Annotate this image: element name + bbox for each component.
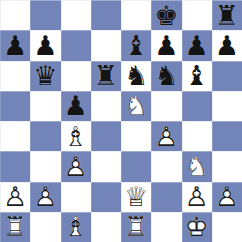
black-bishop-piece: ♝ bbox=[182, 61, 212, 91]
square-g8[interactable] bbox=[182, 0, 212, 30]
white-pawn-piece: ♟♙ bbox=[0, 182, 30, 212]
white-pawn-piece: ♟♙ bbox=[61, 151, 91, 181]
square-h8[interactable]: ♜ bbox=[212, 0, 242, 30]
white-pawn-piece: ♟♙ bbox=[151, 121, 181, 151]
white-queen-piece: ♛♕ bbox=[121, 182, 151, 212]
square-c8[interactable] bbox=[61, 0, 91, 30]
square-h7[interactable]: ♟ bbox=[212, 30, 242, 60]
square-d1[interactable] bbox=[91, 212, 121, 242]
square-b6[interactable]: ♛ bbox=[30, 61, 60, 91]
black-pawn-piece: ♟ bbox=[0, 30, 30, 60]
square-e3[interactable] bbox=[121, 151, 151, 181]
square-c1[interactable]: ♝♗ bbox=[61, 212, 91, 242]
square-f8[interactable]: ♚ bbox=[151, 0, 181, 30]
square-g3[interactable]: ♞♘ bbox=[182, 151, 212, 181]
square-f4[interactable]: ♟♙ bbox=[151, 121, 181, 151]
square-e8[interactable] bbox=[121, 0, 151, 30]
black-pawn-piece: ♟ bbox=[30, 30, 60, 60]
square-d6[interactable]: ♜ bbox=[91, 61, 121, 91]
black-rook-piece: ♜ bbox=[91, 61, 121, 91]
square-b8[interactable] bbox=[30, 0, 60, 30]
white-pawn-piece: ♟♙ bbox=[30, 182, 60, 212]
square-g6[interactable]: ♝ bbox=[182, 61, 212, 91]
white-bishop-piece: ♝♗ bbox=[61, 121, 91, 151]
square-b3[interactable] bbox=[30, 151, 60, 181]
square-b1[interactable] bbox=[30, 212, 60, 242]
square-g5[interactable] bbox=[182, 91, 212, 121]
square-f6[interactable]: ♞ bbox=[151, 61, 181, 91]
square-d7[interactable] bbox=[91, 30, 121, 60]
white-pawn-piece: ♟♙ bbox=[212, 182, 242, 212]
black-king-piece: ♚ bbox=[151, 0, 181, 30]
square-f7[interactable]: ♟ bbox=[151, 30, 181, 60]
square-h4[interactable] bbox=[212, 121, 242, 151]
square-c5[interactable]: ♟ bbox=[61, 91, 91, 121]
square-a8[interactable] bbox=[0, 0, 30, 30]
chessboard: ♚♜♟♟♝♟♟♟♛♜♞♞♝♟♞♘♝♗♟♙♟♙♞♘♟♙♟♙♛♕♟♙♟♙♜♖♝♗♜♖… bbox=[0, 0, 242, 242]
white-king-piece: ♚♔ bbox=[182, 212, 212, 242]
square-f1[interactable] bbox=[151, 212, 181, 242]
black-rook-piece: ♜ bbox=[212, 0, 242, 30]
square-h3[interactable] bbox=[212, 151, 242, 181]
square-a5[interactable] bbox=[0, 91, 30, 121]
square-d8[interactable] bbox=[91, 0, 121, 30]
black-pawn-piece: ♟ bbox=[212, 30, 242, 60]
square-a6[interactable] bbox=[0, 61, 30, 91]
square-e5[interactable]: ♞♘ bbox=[121, 91, 151, 121]
square-d5[interactable] bbox=[91, 91, 121, 121]
square-e6[interactable]: ♞ bbox=[121, 61, 151, 91]
square-c6[interactable] bbox=[61, 61, 91, 91]
square-h5[interactable] bbox=[212, 91, 242, 121]
square-d4[interactable] bbox=[91, 121, 121, 151]
square-c2[interactable] bbox=[61, 182, 91, 212]
square-h1[interactable] bbox=[212, 212, 242, 242]
square-b2[interactable]: ♟♙ bbox=[30, 182, 60, 212]
square-h2[interactable]: ♟♙ bbox=[212, 182, 242, 212]
square-a1[interactable]: ♜♖ bbox=[0, 212, 30, 242]
white-rook-piece: ♜♖ bbox=[0, 212, 30, 242]
black-bishop-piece: ♝ bbox=[121, 30, 151, 60]
square-g7[interactable]: ♟ bbox=[182, 30, 212, 60]
square-g1[interactable]: ♚♔ bbox=[182, 212, 212, 242]
white-pawn-piece: ♟♙ bbox=[182, 182, 212, 212]
square-d3[interactable] bbox=[91, 151, 121, 181]
white-rook-piece: ♜♖ bbox=[121, 212, 151, 242]
white-knight-piece: ♞♘ bbox=[182, 151, 212, 181]
square-g2[interactable]: ♟♙ bbox=[182, 182, 212, 212]
square-f2[interactable] bbox=[151, 182, 181, 212]
square-a2[interactable]: ♟♙ bbox=[0, 182, 30, 212]
square-e2[interactable]: ♛♕ bbox=[121, 182, 151, 212]
square-c3[interactable]: ♟♙ bbox=[61, 151, 91, 181]
square-a3[interactable] bbox=[0, 151, 30, 181]
black-queen-piece: ♛ bbox=[30, 61, 60, 91]
square-e7[interactable]: ♝ bbox=[121, 30, 151, 60]
white-knight-piece: ♞♘ bbox=[121, 91, 151, 121]
square-g4[interactable] bbox=[182, 121, 212, 151]
black-pawn-piece: ♟ bbox=[61, 91, 91, 121]
square-a4[interactable] bbox=[0, 121, 30, 151]
square-f5[interactable] bbox=[151, 91, 181, 121]
black-knight-piece: ♞ bbox=[121, 61, 151, 91]
square-b4[interactable] bbox=[30, 121, 60, 151]
black-knight-piece: ♞ bbox=[151, 61, 181, 91]
black-pawn-piece: ♟ bbox=[151, 30, 181, 60]
black-pawn-piece: ♟ bbox=[182, 30, 212, 60]
square-e1[interactable]: ♜♖ bbox=[121, 212, 151, 242]
square-e4[interactable] bbox=[121, 121, 151, 151]
square-c7[interactable] bbox=[61, 30, 91, 60]
square-d2[interactable] bbox=[91, 182, 121, 212]
white-bishop-piece: ♝♗ bbox=[61, 212, 91, 242]
square-h6[interactable] bbox=[212, 61, 242, 91]
square-a7[interactable]: ♟ bbox=[0, 30, 30, 60]
square-f3[interactable] bbox=[151, 151, 181, 181]
square-b5[interactable] bbox=[30, 91, 60, 121]
square-c4[interactable]: ♝♗ bbox=[61, 121, 91, 151]
square-b7[interactable]: ♟ bbox=[30, 30, 60, 60]
